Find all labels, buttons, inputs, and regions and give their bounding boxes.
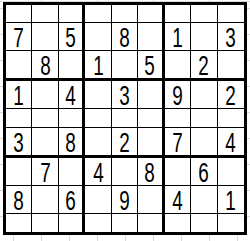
given-digit: 1 xyxy=(93,53,104,80)
cell-r8c2[interactable] xyxy=(32,186,58,214)
cell-r7c9[interactable] xyxy=(218,158,244,186)
given-digit: 1 xyxy=(172,25,183,52)
cell-r8c7: 4 xyxy=(165,186,191,214)
cell-r4c2[interactable] xyxy=(32,81,58,109)
cell-r5c8[interactable] xyxy=(191,109,217,127)
given-digit: 5 xyxy=(145,53,156,80)
cell-r3c7[interactable] xyxy=(165,51,191,81)
cell-r5c9[interactable] xyxy=(218,109,244,127)
cell-r6c4[interactable] xyxy=(85,128,111,158)
cell-r8c3: 6 xyxy=(59,186,85,214)
cell-r1c6[interactable] xyxy=(138,5,164,23)
given-digit: 4 xyxy=(226,130,237,157)
cell-r6c2[interactable] xyxy=(32,128,58,158)
given-digit: 8 xyxy=(145,160,156,187)
sudoku-board: 7581381521439238274748686941 xyxy=(3,2,247,235)
cell-r8c6[interactable] xyxy=(138,186,164,214)
cell-r7c3[interactable] xyxy=(59,158,85,186)
cell-r1c3[interactable] xyxy=(59,5,85,23)
cell-r6c1: 3 xyxy=(6,128,32,158)
cell-r1c8[interactable] xyxy=(191,5,217,23)
given-digit: 4 xyxy=(65,83,76,110)
cell-r7c7[interactable] xyxy=(165,158,191,186)
cell-r7c6: 8 xyxy=(138,158,164,186)
given-digit: 2 xyxy=(119,130,130,157)
given-digit: 1 xyxy=(226,188,237,215)
cell-r5c4[interactable] xyxy=(85,109,111,127)
given-digit: 1 xyxy=(13,83,24,110)
cell-r1c7[interactable] xyxy=(165,5,191,23)
given-digit: 7 xyxy=(172,130,183,157)
cell-r8c4[interactable] xyxy=(85,186,111,214)
cell-r6c9: 4 xyxy=(218,128,244,158)
cell-r4c9: 2 xyxy=(218,81,244,109)
given-digit: 6 xyxy=(199,160,210,187)
cell-r8c5: 9 xyxy=(112,186,138,214)
given-digit: 5 xyxy=(65,25,76,52)
cell-r9c9[interactable] xyxy=(218,214,244,232)
given-digit: 8 xyxy=(13,188,24,215)
given-digit: 8 xyxy=(40,53,51,80)
cell-r5c7[interactable] xyxy=(165,109,191,127)
cell-r7c1[interactable] xyxy=(6,158,32,186)
given-digit: 9 xyxy=(119,188,130,215)
cell-r5c2[interactable] xyxy=(32,109,58,127)
cell-r2c1: 7 xyxy=(6,23,32,51)
cell-r5c1[interactable] xyxy=(6,109,32,127)
cell-r4c3: 4 xyxy=(59,81,85,109)
cell-r3c2: 8 xyxy=(32,51,58,81)
given-digit: 8 xyxy=(65,130,76,157)
cell-r9c8[interactable] xyxy=(191,214,217,232)
cell-r6c3: 8 xyxy=(59,128,85,158)
cell-r3c4: 1 xyxy=(85,51,111,81)
cell-r6c6[interactable] xyxy=(138,128,164,158)
cell-r4c8[interactable] xyxy=(191,81,217,109)
cell-r9c3[interactable] xyxy=(59,214,85,232)
spreadsheet-background: 7581381521439238274748686941 xyxy=(0,0,250,241)
cell-r9c4[interactable] xyxy=(85,214,111,232)
cell-r5c6[interactable] xyxy=(138,109,164,127)
given-digit: 3 xyxy=(226,25,237,52)
cell-r2c4[interactable] xyxy=(85,23,111,51)
given-digit: 3 xyxy=(119,83,130,110)
cell-r7c2: 7 xyxy=(32,158,58,186)
cell-r4c1: 1 xyxy=(6,81,32,109)
cell-r1c9[interactable] xyxy=(218,5,244,23)
given-digit: 2 xyxy=(199,53,210,80)
cell-r6c7: 7 xyxy=(165,128,191,158)
cell-r2c9: 3 xyxy=(218,23,244,51)
cell-r4c5: 3 xyxy=(112,81,138,109)
cell-r9c2[interactable] xyxy=(32,214,58,232)
given-digit: 9 xyxy=(172,83,183,110)
cell-r3c9[interactable] xyxy=(218,51,244,81)
cell-r7c5[interactable] xyxy=(112,158,138,186)
cell-r8c8[interactable] xyxy=(191,186,217,214)
given-digit: 2 xyxy=(226,83,237,110)
cell-r2c5: 8 xyxy=(112,23,138,51)
given-digit: 7 xyxy=(13,25,24,52)
cell-r1c5[interactable] xyxy=(112,5,138,23)
cell-r3c8: 2 xyxy=(191,51,217,81)
cell-r3c3[interactable] xyxy=(59,51,85,81)
cell-r2c3: 5 xyxy=(59,23,85,51)
cell-r3c1[interactable] xyxy=(6,51,32,81)
cell-r2c6[interactable] xyxy=(138,23,164,51)
given-digit: 4 xyxy=(93,160,104,187)
cell-r2c7: 1 xyxy=(165,23,191,51)
cell-r1c1[interactable] xyxy=(6,5,32,23)
cell-r7c4: 4 xyxy=(85,158,111,186)
cell-r7c8: 6 xyxy=(191,158,217,186)
given-digit: 7 xyxy=(40,160,51,187)
cell-r4c6[interactable] xyxy=(138,81,164,109)
cell-r5c3[interactable] xyxy=(59,109,85,127)
cell-r5c5[interactable] xyxy=(112,109,138,127)
given-digit: 6 xyxy=(65,188,76,215)
cell-r9c7[interactable] xyxy=(165,214,191,232)
cell-r1c2[interactable] xyxy=(32,5,58,23)
cell-r3c5[interactable] xyxy=(112,51,138,81)
cell-r6c8[interactable] xyxy=(191,128,217,158)
cell-r9c5[interactable] xyxy=(112,214,138,232)
given-digit: 8 xyxy=(119,25,130,52)
cell-r8c9: 1 xyxy=(218,186,244,214)
cell-r8c1: 8 xyxy=(6,186,32,214)
cell-r4c4[interactable] xyxy=(85,81,111,109)
cell-r4c7: 9 xyxy=(165,81,191,109)
cell-r6c5: 2 xyxy=(112,128,138,158)
given-digit: 3 xyxy=(13,130,24,157)
cell-r9c1[interactable] xyxy=(6,214,32,232)
cell-r1c4[interactable] xyxy=(85,5,111,23)
cell-r3c6: 5 xyxy=(138,51,164,81)
cell-r2c8[interactable] xyxy=(191,23,217,51)
cell-r2c2[interactable] xyxy=(32,23,58,51)
cell-r9c6[interactable] xyxy=(138,214,164,232)
given-digit: 4 xyxy=(172,188,183,215)
